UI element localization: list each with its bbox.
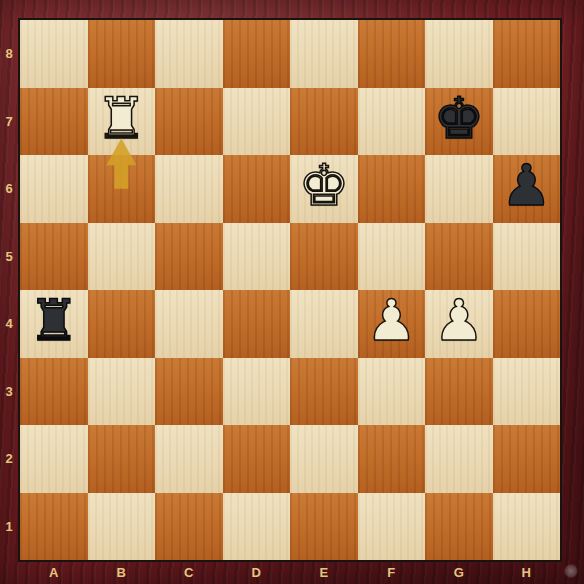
square-a7[interactable]: [20, 88, 88, 156]
square-d2[interactable]: [223, 425, 291, 493]
piece-white-pawn-f4[interactable]: ♟: [358, 287, 426, 355]
square-a5[interactable]: [20, 223, 88, 291]
square-a3[interactable]: [20, 358, 88, 426]
file-label-H: H: [493, 562, 561, 582]
square-f6[interactable]: [358, 155, 426, 223]
rank-labels: 87654321: [0, 20, 18, 560]
square-b4[interactable]: [88, 290, 156, 358]
square-e5[interactable]: [290, 223, 358, 291]
square-c1[interactable]: [155, 493, 223, 561]
square-c6[interactable]: [155, 155, 223, 223]
rank-label-6: 6: [0, 155, 18, 223]
square-c5[interactable]: [155, 223, 223, 291]
piece-black-rook-a4[interactable]: ♜: [20, 287, 88, 355]
square-b3[interactable]: [88, 358, 156, 426]
chess-board-frame: 87654321 ♜♚♚♟♜♟♟ ABCDEFGH: [0, 0, 584, 584]
square-f5[interactable]: [358, 223, 426, 291]
square-d6[interactable]: [223, 155, 291, 223]
square-a2[interactable]: [20, 425, 88, 493]
square-c4[interactable]: [155, 290, 223, 358]
file-label-B: B: [88, 562, 156, 582]
rank-label-8: 8: [0, 20, 18, 88]
square-h3[interactable]: [493, 358, 561, 426]
square-f7[interactable]: [358, 88, 426, 156]
square-a1[interactable]: [20, 493, 88, 561]
square-b1[interactable]: [88, 493, 156, 561]
square-e2[interactable]: [290, 425, 358, 493]
corner-dot: [564, 564, 578, 578]
rank-label-4: 4: [0, 290, 18, 358]
square-c2[interactable]: [155, 425, 223, 493]
square-c3[interactable]: [155, 358, 223, 426]
file-label-D: D: [223, 562, 291, 582]
square-h7[interactable]: [493, 88, 561, 156]
square-b8[interactable]: [88, 20, 156, 88]
square-c8[interactable]: [155, 20, 223, 88]
square-e3[interactable]: [290, 358, 358, 426]
square-f3[interactable]: [358, 358, 426, 426]
square-d3[interactable]: [223, 358, 291, 426]
piece-white-king-e6[interactable]: ♚: [290, 152, 358, 220]
file-label-G: G: [425, 562, 493, 582]
square-g8[interactable]: [425, 20, 493, 88]
square-g3[interactable]: [425, 358, 493, 426]
piece-white-pawn-g4[interactable]: ♟: [425, 287, 493, 355]
square-e8[interactable]: [290, 20, 358, 88]
square-f1[interactable]: [358, 493, 426, 561]
rank-label-7: 7: [0, 88, 18, 156]
square-d8[interactable]: [223, 20, 291, 88]
piece-black-king-g7[interactable]: ♚: [425, 85, 493, 153]
square-c7[interactable]: [155, 88, 223, 156]
square-g6[interactable]: [425, 155, 493, 223]
file-labels: ABCDEFGH: [20, 562, 560, 582]
square-h5[interactable]: [493, 223, 561, 291]
square-d1[interactable]: [223, 493, 291, 561]
square-e1[interactable]: [290, 493, 358, 561]
board: ♜♚♚♟♜♟♟: [20, 20, 560, 560]
square-h4[interactable]: [493, 290, 561, 358]
square-b6[interactable]: [88, 155, 156, 223]
piece-white-rook-b7[interactable]: ♜: [88, 85, 156, 153]
piece-black-pawn-h6[interactable]: ♟: [493, 152, 561, 220]
square-e4[interactable]: [290, 290, 358, 358]
board-outline: ♜♚♚♟♜♟♟: [18, 18, 562, 562]
square-e7[interactable]: [290, 88, 358, 156]
square-g2[interactable]: [425, 425, 493, 493]
file-label-E: E: [290, 562, 358, 582]
square-g1[interactable]: [425, 493, 493, 561]
square-f8[interactable]: [358, 20, 426, 88]
rank-label-3: 3: [0, 358, 18, 426]
square-d7[interactable]: [223, 88, 291, 156]
square-a6[interactable]: [20, 155, 88, 223]
square-f2[interactable]: [358, 425, 426, 493]
rank-label-2: 2: [0, 425, 18, 493]
file-label-A: A: [20, 562, 88, 582]
square-a8[interactable]: [20, 20, 88, 88]
square-h1[interactable]: [493, 493, 561, 561]
square-h8[interactable]: [493, 20, 561, 88]
file-label-C: C: [155, 562, 223, 582]
rank-label-1: 1: [0, 493, 18, 561]
square-g5[interactable]: [425, 223, 493, 291]
square-b2[interactable]: [88, 425, 156, 493]
square-d5[interactable]: [223, 223, 291, 291]
square-d4[interactable]: [223, 290, 291, 358]
square-h2[interactable]: [493, 425, 561, 493]
rank-label-5: 5: [0, 223, 18, 291]
file-label-F: F: [358, 562, 426, 582]
square-b5[interactable]: [88, 223, 156, 291]
